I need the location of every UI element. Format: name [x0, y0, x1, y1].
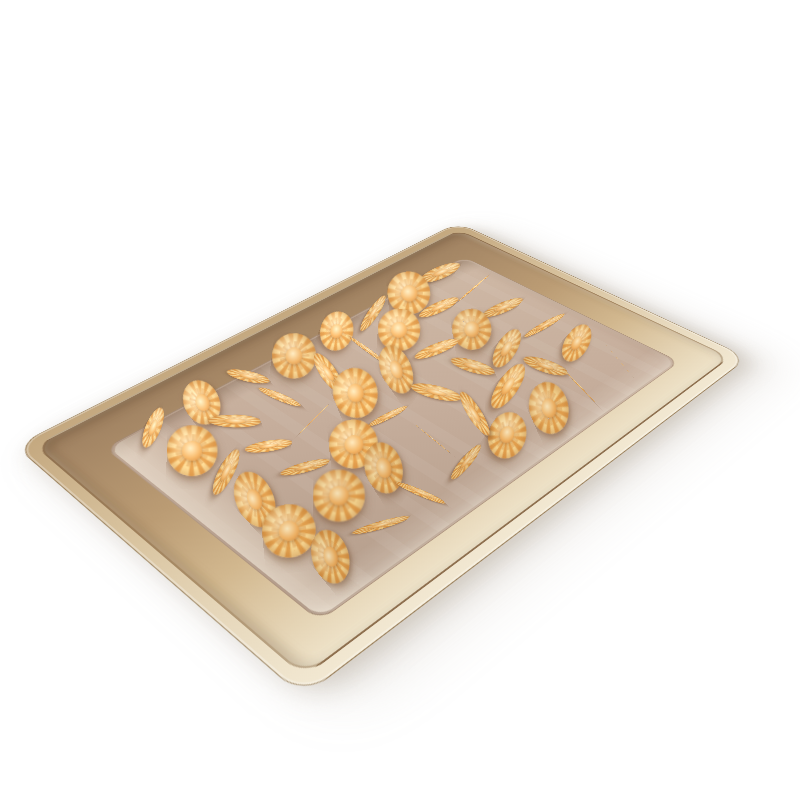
- scene-caption: Angled overhead product photo of a champ…: [0, 16, 1, 17]
- baking-pan: [15, 222, 749, 697]
- product-photo-scene: Angled overhead product photo of a champ…: [0, 0, 800, 800]
- swirl-cookie: [313, 469, 365, 521]
- swirl-cookie: [166, 425, 217, 476]
